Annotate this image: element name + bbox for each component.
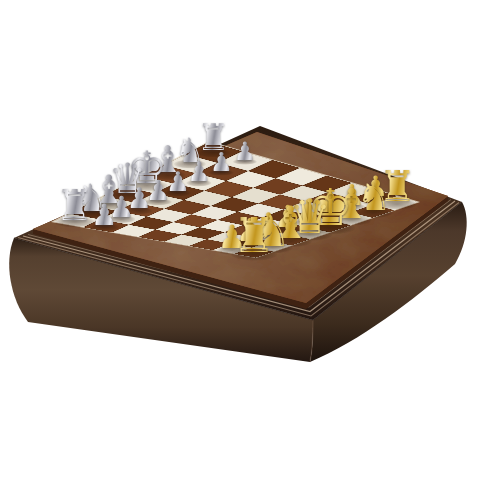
silver-pawn-a7[interactable]: ♟ xyxy=(91,200,118,230)
pieces-layer: ♜♞♝♛♚♝♞♜♟♟♟♟♟♟♟♟♟♟♟♟♟♟♟♟♜♞♝♛♚♝♞♜ xyxy=(0,0,480,480)
silver-pawn-g7[interactable]: ♟ xyxy=(210,149,233,175)
chess-set-photo: ♜♞♝♛♚♝♞♜♟♟♟♟♟♟♟♟♟♟♟♟♟♟♟♟♜♞♝♛♚♝♞♜ xyxy=(0,0,480,480)
silver-pawn-h7[interactable]: ♟ xyxy=(233,139,256,164)
silver-rook-a8[interactable]: ♜ xyxy=(55,184,93,227)
gold-rook-a1[interactable]: ♜ xyxy=(232,211,275,259)
silver-pawn-f7[interactable]: ♟ xyxy=(187,159,211,186)
